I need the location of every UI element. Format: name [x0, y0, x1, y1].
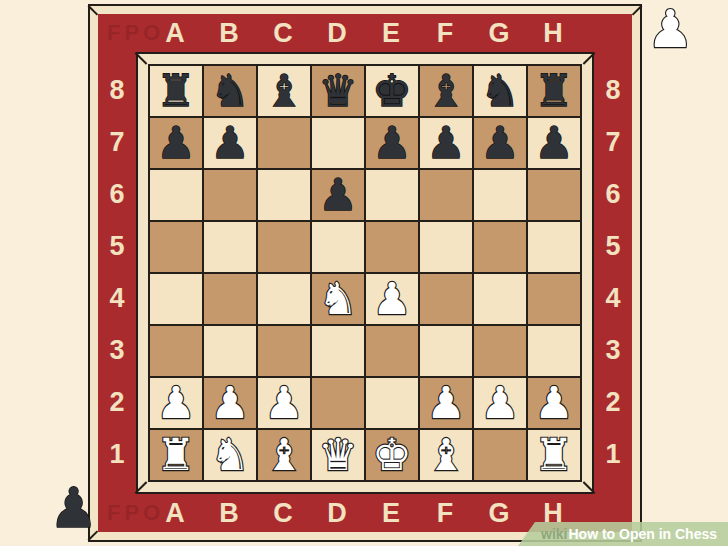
piece-white-rook: ♜ [156, 433, 195, 477]
square-d4: ♞ [311, 273, 365, 325]
coordinate-label-1: 1 [605, 439, 620, 470]
square-f7: ♟ [419, 117, 473, 169]
coordinate-label-5: 5 [109, 231, 124, 262]
square-h8: ♜ [527, 65, 581, 117]
square-h3 [527, 325, 581, 377]
square-d5 [311, 221, 365, 273]
piece-white-pawn: ♟ [534, 381, 573, 425]
square-a2: ♟ [149, 377, 203, 429]
square-g1 [473, 429, 527, 481]
square-a6 [149, 169, 203, 221]
square-d3 [311, 325, 365, 377]
coordinate-label-3: 3 [605, 335, 620, 366]
piece-black-rook: ♜ [534, 69, 573, 113]
square-e6 [365, 169, 419, 221]
square-f2: ♟ [419, 377, 473, 429]
square-c1: ♝ [257, 429, 311, 481]
square-h5 [527, 221, 581, 273]
square-h1: ♜ [527, 429, 581, 481]
piece-black-queen: ♛ [318, 69, 357, 113]
square-a8: ♜ [149, 65, 203, 117]
square-g8: ♞ [473, 65, 527, 117]
piece-white-queen: ♛ [318, 433, 357, 477]
square-g2: ♟ [473, 377, 527, 429]
square-e7: ♟ [365, 117, 419, 169]
chessboard: FPO FPO ABCDEFGH ABCDEFGH 87654321 87654… [88, 4, 642, 542]
rank-labels-left: 87654321 [98, 64, 136, 480]
board-inner-frame: ♜♞♝♛♚♝♞♜♟♟♟♟♟♟♟♞♟♟♟♟♟♟♟♜♞♝♛♚♝♜ [136, 52, 594, 494]
coordinate-label-d: D [327, 498, 347, 529]
square-b8: ♞ [203, 65, 257, 117]
bevel-miter-top-right [632, 5, 643, 16]
coordinate-label-d: D [327, 18, 347, 49]
board-grid: ♜♞♝♛♚♝♞♜♟♟♟♟♟♟♟♞♟♟♟♟♟♟♟♜♞♝♛♚♝♜ [148, 64, 582, 482]
coordinate-label-e: E [382, 498, 400, 529]
coordinate-label-b: B [219, 18, 239, 49]
coordinate-label-a: A [165, 18, 185, 49]
square-h6 [527, 169, 581, 221]
piece-white-pawn: ♟ [210, 381, 249, 425]
piece-black-pawn: ♟ [318, 173, 357, 217]
coordinate-label-6: 6 [109, 179, 124, 210]
square-d1: ♛ [311, 429, 365, 481]
square-c7 [257, 117, 311, 169]
square-d7 [311, 117, 365, 169]
square-a7: ♟ [149, 117, 203, 169]
piece-white-pawn: ♟ [426, 381, 465, 425]
piece-black-pawn: ♟ [210, 121, 249, 165]
wikihow-title-label: How to Open in Chess [568, 526, 717, 542]
coordinate-label-c: C [273, 18, 293, 49]
square-g6 [473, 169, 527, 221]
piece-black-knight: ♞ [480, 69, 519, 113]
square-c2: ♟ [257, 377, 311, 429]
square-f5 [419, 221, 473, 273]
coordinate-label-2: 2 [109, 387, 124, 418]
bevel-miter-top-right [583, 52, 596, 65]
square-d8: ♛ [311, 65, 365, 117]
piece-white-rook: ♜ [534, 433, 573, 477]
bevel-miter-bottom-left [135, 481, 148, 494]
square-b6 [203, 169, 257, 221]
coordinate-label-1: 1 [109, 439, 124, 470]
square-g7: ♟ [473, 117, 527, 169]
wikihow-brand-label: wiki [541, 526, 567, 542]
coordinate-label-a: A [165, 498, 185, 529]
piece-black-pawn: ♟ [480, 121, 519, 165]
square-c8: ♝ [257, 65, 311, 117]
square-c5 [257, 221, 311, 273]
coordinate-label-2: 2 [605, 387, 620, 418]
square-e8: ♚ [365, 65, 419, 117]
coordinate-label-c: C [273, 498, 293, 529]
board-outer-frame: FPO FPO ABCDEFGH ABCDEFGH 87654321 87654… [88, 4, 642, 542]
square-e2 [365, 377, 419, 429]
coordinate-label-f: F [437, 498, 454, 529]
piece-black-pawn: ♟ [534, 121, 573, 165]
square-e5 [365, 221, 419, 273]
square-g5 [473, 221, 527, 273]
square-a3 [149, 325, 203, 377]
decorative-black-pawn: ♟ [49, 481, 98, 536]
square-d2 [311, 377, 365, 429]
piece-black-pawn: ♟ [372, 121, 411, 165]
square-b2: ♟ [203, 377, 257, 429]
square-b4 [203, 273, 257, 325]
square-h4 [527, 273, 581, 325]
piece-white-bishop: ♝ [426, 433, 465, 477]
square-a4 [149, 273, 203, 325]
coordinate-label-e: E [382, 18, 400, 49]
square-f3 [419, 325, 473, 377]
square-e4: ♟ [365, 273, 419, 325]
square-a1: ♜ [149, 429, 203, 481]
bevel-miter-top-left [135, 52, 148, 65]
coordinate-label-b: B [219, 498, 239, 529]
square-e3 [365, 325, 419, 377]
square-c3 [257, 325, 311, 377]
coordinate-label-8: 8 [109, 75, 124, 106]
piece-white-pawn: ♟ [264, 381, 303, 425]
coordinate-label-h: H [543, 18, 563, 49]
piece-black-pawn: ♟ [426, 121, 465, 165]
piece-black-bishop: ♝ [264, 69, 303, 113]
coordinate-label-8: 8 [605, 75, 620, 106]
piece-white-pawn: ♟ [372, 277, 411, 321]
piece-white-king: ♚ [372, 433, 411, 477]
piece-black-king: ♚ [372, 69, 411, 113]
piece-white-pawn: ♟ [480, 381, 519, 425]
square-b1: ♞ [203, 429, 257, 481]
piece-black-bishop: ♝ [426, 69, 465, 113]
piece-black-knight: ♞ [210, 69, 249, 113]
square-g3 [473, 325, 527, 377]
square-b3 [203, 325, 257, 377]
coordinate-label-f: F [437, 18, 454, 49]
piece-black-pawn: ♟ [156, 121, 195, 165]
bevel-miter-bottom-right [583, 481, 596, 494]
file-labels-top: ABCDEFGH [148, 14, 580, 52]
square-f4 [419, 273, 473, 325]
coordinate-label-7: 7 [109, 127, 124, 158]
coordinate-label-5: 5 [605, 231, 620, 262]
coordinate-label-4: 4 [109, 283, 124, 314]
square-e1: ♚ [365, 429, 419, 481]
coordinate-label-g: G [488, 498, 509, 529]
file-labels-bottom: ABCDEFGH [148, 494, 580, 532]
square-a5 [149, 221, 203, 273]
decorative-white-pawn: ♟ [647, 3, 694, 55]
square-h7: ♟ [527, 117, 581, 169]
page: FPO FPO ABCDEFGH ABCDEFGH 87654321 87654… [0, 0, 728, 546]
square-c6 [257, 169, 311, 221]
wikihow-watermark: wikiHow to Open in Chess [518, 522, 728, 546]
board-red-border: FPO FPO ABCDEFGH ABCDEFGH 87654321 87654… [98, 14, 632, 532]
square-b7: ♟ [203, 117, 257, 169]
coordinate-label-7: 7 [605, 127, 620, 158]
square-f1: ♝ [419, 429, 473, 481]
bevel-miter-top-left [88, 5, 99, 16]
coordinate-label-4: 4 [605, 283, 620, 314]
square-h2: ♟ [527, 377, 581, 429]
square-f6 [419, 169, 473, 221]
square-g4 [473, 273, 527, 325]
rank-labels-right: 87654321 [594, 64, 632, 480]
piece-black-rook: ♜ [156, 69, 195, 113]
coordinate-label-6: 6 [605, 179, 620, 210]
square-b5 [203, 221, 257, 273]
coordinate-label-g: G [488, 18, 509, 49]
piece-white-knight: ♞ [318, 277, 357, 321]
square-d6: ♟ [311, 169, 365, 221]
piece-white-bishop: ♝ [264, 433, 303, 477]
square-c4 [257, 273, 311, 325]
square-f8: ♝ [419, 65, 473, 117]
piece-white-knight: ♞ [210, 433, 249, 477]
piece-white-pawn: ♟ [156, 381, 195, 425]
coordinate-label-3: 3 [109, 335, 124, 366]
